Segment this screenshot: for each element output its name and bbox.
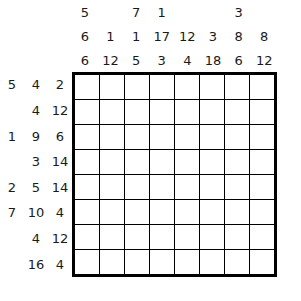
top-clue-r2-c6: 3	[200, 24, 226, 48]
top-clue-r1-c7: 3	[226, 0, 252, 24]
left-clue-r2-c3: 12	[48, 98, 72, 124]
cell-r6-c8[interactable]	[250, 200, 274, 224]
cell-r3-c2[interactable]	[100, 125, 124, 149]
left-clue-r1-c1: 5	[0, 72, 24, 98]
cell-r7-c6[interactable]	[200, 225, 224, 249]
left-clue-r1-c3: 2	[48, 72, 72, 98]
left-clue-r2-c1	[0, 98, 24, 124]
cell-r8-c4[interactable]	[150, 250, 174, 274]
puzzle-board	[72, 72, 277, 277]
top-clue-r1-c4: 1	[149, 0, 175, 24]
cell-r3-c8[interactable]	[250, 125, 274, 149]
top-clue-r1-c2	[98, 0, 124, 24]
cell-r6-c4[interactable]	[150, 200, 174, 224]
cell-r4-c8[interactable]	[250, 150, 274, 174]
cell-r3-c7[interactable]	[225, 125, 249, 149]
left-clue-r5-c2: 5	[24, 175, 48, 201]
left-clue-r8-c3: 4	[48, 251, 72, 277]
cell-r1-c3[interactable]	[125, 75, 149, 99]
cell-r7-c2[interactable]	[100, 225, 124, 249]
top-clue-r2-c7: 8	[226, 24, 252, 48]
cell-r8-c5[interactable]	[175, 250, 199, 274]
top-clue-r1-c1: 5	[72, 0, 98, 24]
left-clue-r6-c3: 4	[48, 200, 72, 226]
cell-r5-c2[interactable]	[100, 175, 124, 199]
cell-r5-c5[interactable]	[175, 175, 199, 199]
cell-r8-c3[interactable]	[125, 250, 149, 274]
top-clue-r3-c2: 12	[98, 48, 124, 72]
left-clue-r3-c1: 1	[0, 123, 24, 149]
column-clues: 5713611171238861253418612	[72, 0, 277, 72]
cell-r3-c6[interactable]	[200, 125, 224, 149]
top-clue-r3-c8: 12	[251, 48, 277, 72]
cell-r8-c6[interactable]	[200, 250, 224, 274]
cell-r4-c1[interactable]	[75, 150, 99, 174]
top-clue-r3-c6: 18	[200, 48, 226, 72]
row-clues: 54241219631425147104412164	[0, 72, 72, 277]
cell-r8-c2[interactable]	[100, 250, 124, 274]
cell-r5-c3[interactable]	[125, 175, 149, 199]
cell-r1-c6[interactable]	[200, 75, 224, 99]
left-clue-r4-c2: 3	[24, 149, 48, 175]
left-clue-r4-c3: 14	[48, 149, 72, 175]
left-clue-r8-c2: 16	[24, 251, 48, 277]
cell-r3-c4[interactable]	[150, 125, 174, 149]
left-clue-r6-c2: 10	[24, 200, 48, 226]
top-clue-r3-c5: 4	[175, 48, 201, 72]
cell-r6-c1[interactable]	[75, 200, 99, 224]
cell-r2-c8[interactable]	[250, 100, 274, 124]
top-clue-r2-c5: 12	[175, 24, 201, 48]
cell-r5-c7[interactable]	[225, 175, 249, 199]
left-clue-r8-c1	[0, 251, 24, 277]
cell-r4-c3[interactable]	[125, 150, 149, 174]
cell-r5-c4[interactable]	[150, 175, 174, 199]
cell-r7-c1[interactable]	[75, 225, 99, 249]
cell-r1-c1[interactable]	[75, 75, 99, 99]
left-clue-r7-c3: 12	[48, 226, 72, 252]
top-clue-r1-c6	[200, 0, 226, 24]
left-clue-r2-c2: 4	[24, 98, 48, 124]
top-clue-r2-c2: 1	[98, 24, 124, 48]
cell-r1-c2[interactable]	[100, 75, 124, 99]
cell-r8-c8[interactable]	[250, 250, 274, 274]
top-clue-r3-c3: 5	[123, 48, 149, 72]
left-clue-r3-c3: 6	[48, 123, 72, 149]
cell-r3-c5[interactable]	[175, 125, 199, 149]
left-clue-r5-c1: 2	[0, 175, 24, 201]
left-clue-r4-c1	[0, 149, 24, 175]
left-clue-r7-c2: 4	[24, 226, 48, 252]
cell-r5-c6[interactable]	[200, 175, 224, 199]
cell-r6-c5[interactable]	[175, 200, 199, 224]
japanese-sums-puzzle: 5713611171238861253418612 54241219631425…	[0, 0, 301, 301]
top-clue-r2-c8: 8	[251, 24, 277, 48]
cell-r4-c2[interactable]	[100, 150, 124, 174]
cell-r7-c8[interactable]	[250, 225, 274, 249]
left-clue-r1-c2: 4	[24, 72, 48, 98]
top-clue-r2-c3: 1	[123, 24, 149, 48]
top-clue-r1-c3: 7	[123, 0, 149, 24]
cell-r5-c8[interactable]	[250, 175, 274, 199]
cell-r4-c7[interactable]	[225, 150, 249, 174]
cell-r2-c3[interactable]	[125, 100, 149, 124]
cell-r3-c3[interactable]	[125, 125, 149, 149]
cell-r2-c6[interactable]	[200, 100, 224, 124]
cell-r1-c5[interactable]	[175, 75, 199, 99]
cell-r6-c7[interactable]	[225, 200, 249, 224]
top-clue-r1-c5	[175, 0, 201, 24]
cell-r8-c1[interactable]	[75, 250, 99, 274]
cell-r2-c7[interactable]	[225, 100, 249, 124]
top-clue-r3-c1: 6	[72, 48, 98, 72]
top-clue-r3-c4: 3	[149, 48, 175, 72]
cell-r7-c3[interactable]	[125, 225, 149, 249]
cell-r4-c5[interactable]	[175, 150, 199, 174]
left-clue-r5-c3: 14	[48, 175, 72, 201]
cell-r2-c4[interactable]	[150, 100, 174, 124]
cell-r7-c5[interactable]	[175, 225, 199, 249]
cell-r6-c6[interactable]	[200, 200, 224, 224]
cell-r6-c2[interactable]	[100, 200, 124, 224]
cell-r2-c5[interactable]	[175, 100, 199, 124]
cell-r1-c4[interactable]	[150, 75, 174, 99]
top-clue-r2-c1: 6	[72, 24, 98, 48]
top-clue-r3-c7: 6	[226, 48, 252, 72]
top-clue-r1-c8	[251, 0, 277, 24]
cell-r7-c7[interactable]	[225, 225, 249, 249]
cell-r7-c4[interactable]	[150, 225, 174, 249]
cell-r1-c7[interactable]	[225, 75, 249, 99]
cell-r3-c1[interactable]	[75, 125, 99, 149]
cell-r2-c1[interactable]	[75, 100, 99, 124]
cell-r4-c4[interactable]	[150, 150, 174, 174]
cell-r6-c3[interactable]	[125, 200, 149, 224]
cell-r5-c1[interactable]	[75, 175, 99, 199]
top-clue-r2-c4: 17	[149, 24, 175, 48]
cell-r1-c8[interactable]	[250, 75, 274, 99]
cell-r4-c6[interactable]	[200, 150, 224, 174]
left-clue-r6-c1: 7	[0, 200, 24, 226]
left-clue-r3-c2: 9	[24, 123, 48, 149]
cell-r2-c2[interactable]	[100, 100, 124, 124]
cell-r8-c7[interactable]	[225, 250, 249, 274]
left-clue-r7-c1	[0, 226, 24, 252]
